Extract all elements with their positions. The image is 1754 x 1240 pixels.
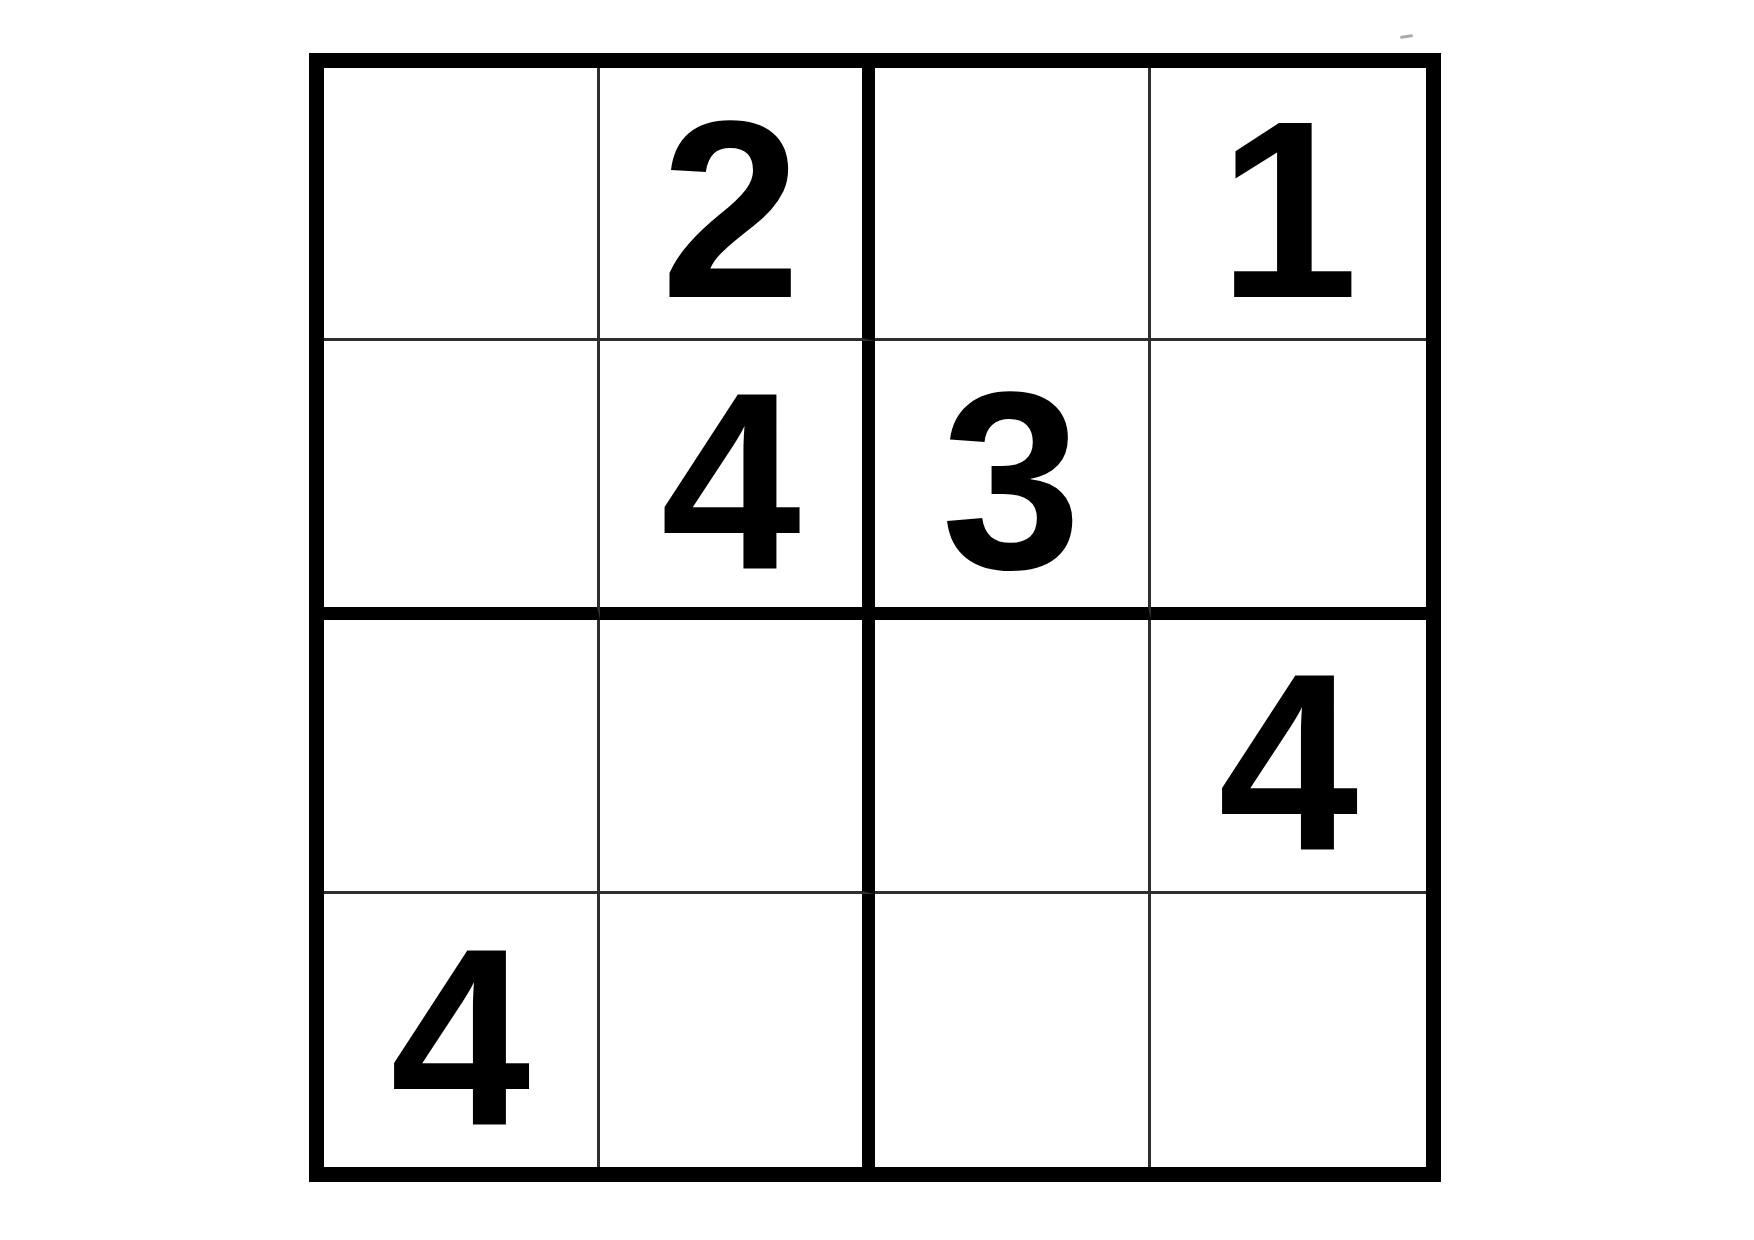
cell-r3c2[interactable] (600, 620, 876, 893)
cell-r4c1: 4 (324, 894, 600, 1167)
cell-r1c4: 1 (1151, 68, 1427, 341)
cell-r2c3: 3 (875, 341, 1151, 620)
page-background: 2 1 4 3 4 4 (0, 0, 1754, 1240)
cell-r4c2[interactable] (600, 894, 876, 1167)
cell-r4c4[interactable] (1151, 894, 1427, 1167)
cell-r1c1[interactable] (324, 68, 600, 341)
scan-artifact-mark (1400, 34, 1413, 39)
cell-r4c3[interactable] (875, 894, 1151, 1167)
cell-r3c4: 4 (1151, 620, 1427, 893)
cell-r2c1[interactable] (324, 341, 600, 620)
cell-r1c2: 2 (600, 68, 876, 341)
cell-r3c3[interactable] (875, 620, 1151, 893)
cell-r3c1[interactable] (324, 620, 600, 893)
cell-r1c3[interactable] (875, 68, 1151, 341)
cell-r2c2: 4 (600, 341, 876, 620)
sudoku-board: 2 1 4 3 4 4 (309, 53, 1441, 1182)
cell-r2c4[interactable] (1151, 341, 1427, 620)
